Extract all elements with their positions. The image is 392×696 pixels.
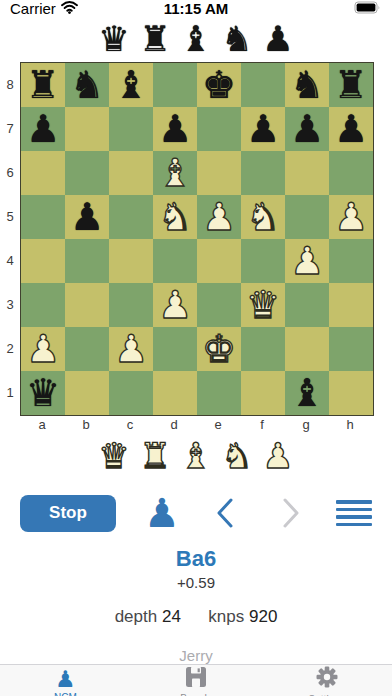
tab-ncm[interactable]: ♟ NCM	[0, 665, 131, 696]
rank-label-1: 1	[0, 370, 20, 414]
palette-black-rook[interactable]: ♜	[135, 17, 176, 61]
square-e1[interactable]	[197, 371, 241, 415]
square-d7[interactable]: ♟	[153, 107, 197, 151]
file-label-e: e	[196, 416, 240, 434]
palette-black-pawn[interactable]: ♟	[258, 17, 299, 61]
square-f7[interactable]: ♟	[241, 107, 285, 151]
square-d3[interactable]: ♟	[153, 283, 197, 327]
black-knight-b8: ♞	[70, 63, 104, 107]
black-pawn-f7: ♟	[246, 107, 280, 151]
chevron-right-icon[interactable]	[272, 495, 308, 531]
clock: 11:15 AM	[130, 0, 262, 17]
square-d5[interactable]: ♞	[153, 195, 197, 239]
chevron-left-icon[interactable]	[208, 495, 244, 531]
square-h8[interactable]: ♜	[329, 63, 373, 107]
white-piece-palette: ♛♜♝♞♟	[0, 434, 392, 478]
stop-button[interactable]: Stop	[20, 495, 116, 532]
square-c2[interactable]: ♟	[109, 327, 153, 371]
black-king-e8: ♚	[202, 63, 236, 107]
square-e8[interactable]: ♚	[197, 63, 241, 107]
white-pawn-e5: ♟	[202, 195, 236, 239]
square-h6[interactable]	[329, 151, 373, 195]
square-c5[interactable]	[109, 195, 153, 239]
square-h2[interactable]	[329, 327, 373, 371]
rank-label-6: 6	[0, 150, 20, 194]
square-b8[interactable]: ♞	[65, 63, 109, 107]
board-area: 87654321 ♜♞♝♚♞♜♟♟♟♟♟♝♟♞♟♞♟♟♟♛♟♟♚♛♝	[0, 62, 392, 416]
square-a5[interactable]	[21, 195, 65, 239]
square-d2[interactable]	[153, 327, 197, 371]
white-knight-f5: ♞	[246, 195, 280, 239]
black-knight-g8: ♞	[290, 63, 324, 107]
black-rook-a8: ♜	[26, 63, 60, 107]
palette-black-bishop[interactable]: ♝	[176, 17, 217, 61]
white-bishop-d6: ♝	[158, 151, 192, 195]
black-pawn-a7: ♟	[26, 107, 60, 151]
square-a3[interactable]	[21, 283, 65, 327]
wifi-icon	[61, 0, 78, 17]
depth-value: 24	[162, 607, 181, 626]
square-d4[interactable]	[153, 239, 197, 283]
square-g7[interactable]: ♟	[285, 107, 329, 151]
side-to-move-pawn-icon[interactable]: ♟	[144, 494, 180, 532]
white-pawn-h5: ♟	[334, 195, 368, 239]
ncm-pawn-icon: ♟	[55, 667, 76, 691]
gear-icon	[315, 665, 339, 693]
black-pawn-g7: ♟	[290, 107, 324, 151]
square-f2[interactable]	[241, 327, 285, 371]
white-pawn-c2: ♟	[114, 327, 148, 371]
white-knight-d5: ♞	[158, 195, 192, 239]
square-a6[interactable]	[21, 151, 65, 195]
square-d8[interactable]	[153, 63, 197, 107]
square-d1[interactable]	[153, 371, 197, 415]
square-b2[interactable]	[65, 327, 109, 371]
knps-value: 920	[249, 607, 277, 626]
square-c7[interactable]	[109, 107, 153, 151]
file-label-b: b	[64, 416, 108, 434]
square-e7[interactable]	[197, 107, 241, 151]
knps-label: knps	[208, 607, 244, 626]
engine-controls: Stop ♟	[20, 494, 372, 532]
rank-label-8: 8	[0, 62, 20, 106]
square-h7[interactable]: ♟	[329, 107, 373, 151]
square-b6[interactable]	[65, 151, 109, 195]
square-c8[interactable]: ♝	[109, 63, 153, 107]
rank-label-4: 4	[0, 238, 20, 282]
tab-boards[interactable]: Boards	[131, 665, 262, 696]
palette-black-knight[interactable]: ♞	[217, 17, 258, 61]
palette-white-rook[interactable]: ♜	[135, 434, 176, 478]
square-h3[interactable]	[329, 283, 373, 327]
file-label-h: h	[328, 416, 372, 434]
file-label-c: c	[108, 416, 152, 434]
file-label-d: d	[152, 416, 196, 434]
battery-icon	[354, 0, 382, 17]
file-label-a: a	[20, 416, 64, 434]
square-a4[interactable]	[21, 239, 65, 283]
save-floppy-icon	[185, 666, 207, 692]
square-c4[interactable]	[109, 239, 153, 283]
square-h5[interactable]: ♟	[329, 195, 373, 239]
depth-label: depth	[115, 607, 158, 626]
best-move: Ba6	[0, 546, 392, 572]
square-g4[interactable]: ♟	[285, 239, 329, 283]
black-pawn-d7: ♟	[158, 107, 192, 151]
black-queen-a1: ♛	[26, 371, 60, 415]
rank-label-2: 2	[0, 326, 20, 370]
square-g6[interactable]	[285, 151, 329, 195]
rank-label-5: 5	[0, 194, 20, 238]
rank-label-7: 7	[0, 106, 20, 150]
white-pawn-a2: ♟	[26, 327, 60, 371]
palette-white-bishop[interactable]: ♝	[176, 434, 217, 478]
square-f1[interactable]	[241, 371, 285, 415]
black-bishop-c8: ♝	[114, 63, 148, 107]
square-e4[interactable]	[197, 239, 241, 283]
square-a7[interactable]: ♟	[21, 107, 65, 151]
white-pawn-g4: ♟	[290, 239, 324, 283]
square-g1[interactable]: ♝	[285, 371, 329, 415]
carrier-label: Carrier	[10, 0, 56, 17]
palette-white-knight[interactable]: ♞	[217, 434, 258, 478]
palette-white-pawn[interactable]: ♟	[258, 434, 299, 478]
square-c6[interactable]	[109, 151, 153, 195]
palette-black-queen[interactable]: ♛	[94, 17, 135, 61]
square-g3[interactable]	[285, 283, 329, 327]
status-bar: Carrier 11:15 AM	[0, 0, 392, 17]
square-b4[interactable]	[65, 239, 109, 283]
square-a8[interactable]: ♜	[21, 63, 65, 107]
square-h1[interactable]	[329, 371, 373, 415]
square-c1[interactable]	[109, 371, 153, 415]
square-g8[interactable]: ♞	[285, 63, 329, 107]
board-grid: ♜♞♝♚♞♜♟♟♟♟♟♝♟♞♟♞♟♟♟♛♟♟♚♛♝	[20, 62, 374, 416]
square-b5[interactable]: ♟	[65, 195, 109, 239]
square-h4[interactable]	[329, 239, 373, 283]
square-b7[interactable]	[65, 107, 109, 151]
engine-stats: depth 24 knps 920	[0, 607, 392, 627]
square-d6[interactable]: ♝	[153, 151, 197, 195]
black-rook-h8: ♜	[334, 63, 368, 107]
menu-icon[interactable]	[336, 500, 372, 526]
square-f8[interactable]	[241, 63, 285, 107]
square-e6[interactable]	[197, 151, 241, 195]
black-pawn-h7: ♟	[334, 107, 368, 151]
black-bishop-g1: ♝	[290, 371, 324, 415]
palette-white-queen[interactable]: ♛	[94, 434, 135, 478]
square-g2[interactable]	[285, 327, 329, 371]
square-b3[interactable]	[65, 283, 109, 327]
file-labels: abcdefgh	[20, 416, 392, 434]
white-king-e2: ♚	[202, 327, 236, 371]
square-a1[interactable]: ♛	[21, 371, 65, 415]
rank-labels: 87654321	[0, 62, 20, 416]
white-pawn-d3: ♟	[158, 283, 192, 327]
engine-name: Jerry	[0, 647, 392, 664]
square-e5[interactable]: ♟	[197, 195, 241, 239]
black-pawn-b5: ♟	[70, 195, 104, 239]
square-a2[interactable]: ♟	[21, 327, 65, 371]
evaluation: +0.59	[0, 574, 392, 591]
white-queen-f3: ♛	[246, 283, 280, 327]
square-f3[interactable]: ♛	[241, 283, 285, 327]
square-f4[interactable]	[241, 239, 285, 283]
square-c3[interactable]	[109, 283, 153, 327]
square-f6[interactable]	[241, 151, 285, 195]
rank-label-3: 3	[0, 282, 20, 326]
engine-readout: Ba6 +0.59 depth 24 knps 920 Jerry	[0, 546, 392, 664]
black-piece-palette: ♛♜♝♞♟	[0, 17, 392, 61]
square-g5[interactable]	[285, 195, 329, 239]
tab-ncm-label: NCM	[54, 692, 77, 696]
tab-bar: ♟ NCM Boards	[0, 664, 392, 696]
file-label-f: f	[240, 416, 284, 434]
square-f5[interactable]: ♞	[241, 195, 285, 239]
tab-settings[interactable]: Settings	[261, 665, 392, 696]
square-e2[interactable]: ♚	[197, 327, 241, 371]
square-e3[interactable]	[197, 283, 241, 327]
file-label-g: g	[284, 416, 328, 434]
square-b1[interactable]	[65, 371, 109, 415]
